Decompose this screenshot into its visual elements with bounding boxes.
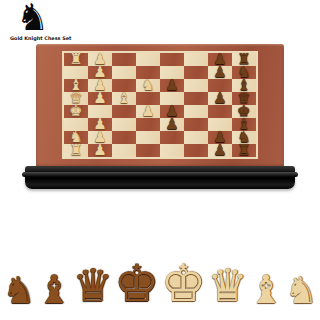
black-bishop: ♝ xyxy=(237,78,250,93)
square[interactable] xyxy=(112,66,136,79)
square[interactable] xyxy=(136,66,160,79)
square[interactable] xyxy=(208,79,232,92)
square[interactable]: ♟ xyxy=(208,92,232,105)
square[interactable]: ♟ xyxy=(88,53,112,66)
white-bishop: ♝ xyxy=(117,91,130,106)
square[interactable]: ♟ xyxy=(136,105,160,118)
light-knight-display: ♞ xyxy=(285,273,318,308)
square[interactable]: ♛ xyxy=(232,92,256,105)
white-knight: ♞ xyxy=(141,78,154,93)
white-pawn: ♟ xyxy=(141,104,154,119)
white-rook: ♜ xyxy=(69,52,82,67)
square[interactable] xyxy=(184,105,208,118)
square[interactable] xyxy=(208,118,232,131)
square[interactable] xyxy=(88,105,112,118)
black-pawn: ♟ xyxy=(165,117,178,132)
square[interactable]: ♟ xyxy=(88,131,112,144)
square[interactable] xyxy=(136,144,160,157)
white-pawn: ♟ xyxy=(93,143,106,158)
square[interactable]: ♚ xyxy=(64,105,88,118)
black-pawn: ♟ xyxy=(213,65,226,80)
white-pawn: ♟ xyxy=(93,65,106,80)
dark-bishop-display: ♝ xyxy=(36,271,71,308)
square[interactable]: ♜ xyxy=(64,53,88,66)
white-pawn: ♟ xyxy=(93,52,106,67)
square[interactable]: ♞ xyxy=(64,131,88,144)
square[interactable]: ♞ xyxy=(232,66,256,79)
black-pawn: ♟ xyxy=(165,104,178,119)
square[interactable] xyxy=(112,53,136,66)
square[interactable]: ♞ xyxy=(136,79,160,92)
square[interactable] xyxy=(208,105,232,118)
square[interactable] xyxy=(64,66,88,79)
square[interactable] xyxy=(184,144,208,157)
white-king: ♚ xyxy=(69,104,82,119)
chess-board[interactable]: ♜♟♟♜♟♟♞♝♟♞♟♝♛♟♝♟♛♚♟♟♚♟♟♝♞♟♟♞♜♟♟♜ xyxy=(64,53,256,157)
white-pawn: ♟ xyxy=(93,130,106,145)
light-queen-display: ♛ xyxy=(207,265,247,308)
black-pawn: ♟ xyxy=(213,91,226,106)
square[interactable]: ♟ xyxy=(208,66,232,79)
square[interactable]: ♟ xyxy=(208,53,232,66)
square[interactable]: ♛ xyxy=(64,92,88,105)
black-pawn: ♟ xyxy=(213,143,226,158)
black-king: ♚ xyxy=(237,104,250,119)
square[interactable] xyxy=(160,53,184,66)
square[interactable]: ♟ xyxy=(88,92,112,105)
square[interactable] xyxy=(184,131,208,144)
square[interactable] xyxy=(160,92,184,105)
square[interactable]: ♟ xyxy=(88,66,112,79)
white-pawn: ♟ xyxy=(93,117,106,132)
square[interactable] xyxy=(160,131,184,144)
square[interactable] xyxy=(136,92,160,105)
square[interactable]: ♟ xyxy=(160,118,184,131)
square[interactable]: ♞ xyxy=(232,131,256,144)
dark-rook-display: ♜ xyxy=(0,279,1,308)
square[interactable] xyxy=(112,131,136,144)
square[interactable] xyxy=(112,144,136,157)
product-photo-page: ♞ Gold Knight Chess Set ♜♟♟♜♟♟♞♝♟♞♟♝♛♟♝♟… xyxy=(0,0,320,320)
square[interactable]: ♚ xyxy=(232,105,256,118)
black-queen: ♛ xyxy=(237,91,250,106)
knight-silhouette-icon: ♞ xyxy=(16,0,96,36)
board-frame: ♜♟♟♜♟♟♞♝♟♞♟♝♛♟♝♟♛♚♟♟♚♟♟♝♞♟♟♞♜♟♟♜ xyxy=(36,44,284,168)
square[interactable]: ♝ xyxy=(232,79,256,92)
black-bishop: ♝ xyxy=(237,117,250,132)
square[interactable]: ♟ xyxy=(160,79,184,92)
square[interactable]: ♟ xyxy=(88,118,112,131)
square[interactable]: ♟ xyxy=(88,144,112,157)
board-inner-border: ♜♟♟♜♟♟♞♝♟♞♟♝♛♟♝♟♛♚♟♟♚♟♟♝♞♟♟♞♜♟♟♜ xyxy=(62,51,258,159)
square[interactable]: ♜ xyxy=(232,144,256,157)
white-rook: ♜ xyxy=(69,143,82,158)
black-pawn: ♟ xyxy=(213,52,226,67)
square[interactable]: ♝ xyxy=(112,92,136,105)
dark-knight-display: ♞ xyxy=(2,273,35,308)
white-knight: ♞ xyxy=(69,130,82,145)
square[interactable]: ♝ xyxy=(64,79,88,92)
black-rook: ♜ xyxy=(237,143,250,158)
chess-board-assembly: ♜♟♟♜♟♟♞♝♟♞♟♝♛♟♝♟♛♚♟♟♚♟♟♝♞♟♟♞♜♟♟♜ xyxy=(36,44,284,168)
square[interactable]: ♟ xyxy=(160,105,184,118)
square[interactable] xyxy=(184,53,208,66)
square[interactable] xyxy=(136,118,160,131)
square[interactable]: ♟ xyxy=(208,131,232,144)
square[interactable] xyxy=(160,66,184,79)
square[interactable]: ♟ xyxy=(88,79,112,92)
square[interactable] xyxy=(160,144,184,157)
square[interactable] xyxy=(184,92,208,105)
black-pawn: ♟ xyxy=(165,78,178,93)
brand-text: Gold Knight Chess Set xyxy=(10,36,70,42)
brand-logo: ♞ Gold Knight Chess Set xyxy=(10,0,96,44)
plinth-molding xyxy=(22,172,298,177)
square[interactable] xyxy=(112,105,136,118)
white-pawn: ♟ xyxy=(93,91,106,106)
black-knight: ♞ xyxy=(237,65,250,80)
square[interactable] xyxy=(136,131,160,144)
square[interactable]: ♝ xyxy=(232,118,256,131)
light-bishop-display: ♝ xyxy=(249,271,284,308)
square[interactable] xyxy=(112,79,136,92)
square[interactable] xyxy=(64,118,88,131)
square[interactable] xyxy=(184,118,208,131)
square[interactable] xyxy=(136,53,160,66)
square[interactable]: ♜ xyxy=(232,53,256,66)
square[interactable]: ♜ xyxy=(64,144,88,157)
square[interactable] xyxy=(184,79,208,92)
white-pawn: ♟ xyxy=(93,78,106,93)
board-plinth-base xyxy=(25,166,295,189)
dark-queen-display: ♛ xyxy=(72,265,112,308)
square[interactable] xyxy=(112,118,136,131)
piece-lineup: ♟♜♞♝♛♚♚♛♝♞♜♟ xyxy=(0,222,320,308)
white-bishop: ♝ xyxy=(69,78,82,93)
square[interactable]: ♟ xyxy=(208,144,232,157)
black-pawn: ♟ xyxy=(213,130,226,145)
black-knight: ♞ xyxy=(237,130,250,145)
dark-king-display: ♚ xyxy=(114,260,160,308)
square[interactable] xyxy=(184,66,208,79)
white-queen: ♛ xyxy=(69,91,82,106)
black-rook: ♜ xyxy=(237,52,250,67)
light-king-display: ♚ xyxy=(161,260,207,308)
